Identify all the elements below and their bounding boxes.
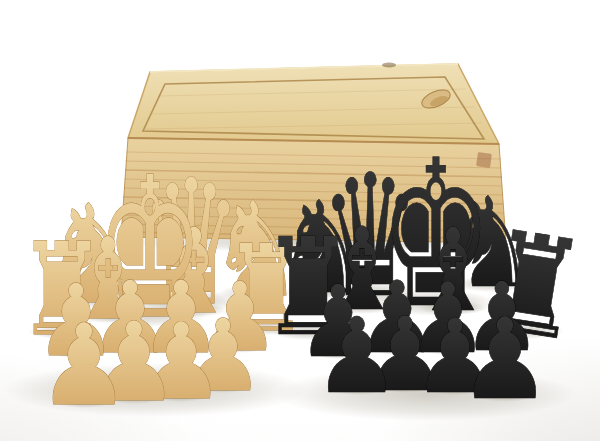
- black-pawn: ♟: [314, 295, 400, 417]
- photo-canvas: ♞♞♛♝♚♝♜♜♟♟♟♟♟♟♟♟♞♞♛♚♝♝♜♜♟♟♟♟♟♟♟♟: [0, 0, 600, 441]
- wood-knot: [382, 63, 396, 68]
- chess-set-photo: ♞♞♛♝♚♝♜♜♟♟♟♟♟♟♟♟♞♞♛♚♝♝♜♜♟♟♟♟♟♟♟♟: [0, 0, 600, 441]
- black-pawn: ♟: [459, 294, 551, 424]
- white-pawn: ♟: [38, 300, 130, 430]
